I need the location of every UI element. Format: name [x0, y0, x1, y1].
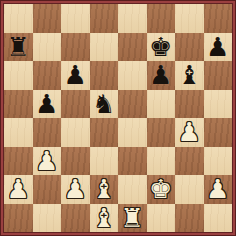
- square-e2[interactable]: [118, 175, 147, 204]
- square-c3[interactable]: [61, 147, 90, 176]
- square-b1[interactable]: [33, 204, 62, 233]
- square-f1[interactable]: [147, 204, 176, 233]
- square-c4[interactable]: [61, 118, 90, 147]
- square-e8[interactable]: [118, 4, 147, 33]
- square-a5[interactable]: [4, 90, 33, 119]
- white-pawn-g4[interactable]: ♟: [178, 118, 201, 146]
- square-f6[interactable]: ♟: [147, 61, 176, 90]
- black-king-f7[interactable]: ♚: [149, 33, 172, 61]
- square-b8[interactable]: [33, 4, 62, 33]
- black-bishop-g6[interactable]: ♝: [178, 61, 201, 89]
- square-b4[interactable]: [33, 118, 62, 147]
- white-pawn-a2[interactable]: ♟: [7, 175, 30, 203]
- square-g2[interactable]: [175, 175, 204, 204]
- black-pawn-b5[interactable]: ♟: [35, 90, 58, 118]
- square-f7[interactable]: ♚: [147, 33, 176, 62]
- square-h4[interactable]: [204, 118, 233, 147]
- white-bishop-d1[interactable]: ♝: [92, 204, 115, 232]
- black-knight-d5[interactable]: ♞: [92, 90, 115, 118]
- square-b5[interactable]: ♟: [33, 90, 62, 119]
- black-pawn-h7[interactable]: ♟: [206, 33, 229, 61]
- square-h3[interactable]: [204, 147, 233, 176]
- chess-board-frame: ♜♚♟♟♟♝♟♞♟♟♟♟♝♚♟♝♜: [0, 0, 236, 236]
- square-d4[interactable]: [90, 118, 119, 147]
- square-e6[interactable]: [118, 61, 147, 90]
- square-f5[interactable]: [147, 90, 176, 119]
- white-pawn-c2[interactable]: ♟: [64, 175, 87, 203]
- white-bishop-d2[interactable]: ♝: [92, 175, 115, 203]
- square-g4[interactable]: ♟: [175, 118, 204, 147]
- white-king-f2[interactable]: ♚: [149, 175, 172, 203]
- square-f4[interactable]: [147, 118, 176, 147]
- square-f2[interactable]: ♚: [147, 175, 176, 204]
- square-c5[interactable]: [61, 90, 90, 119]
- square-h1[interactable]: [204, 204, 233, 233]
- square-g6[interactable]: ♝: [175, 61, 204, 90]
- square-d1[interactable]: ♝: [90, 204, 119, 233]
- square-b3[interactable]: ♟: [33, 147, 62, 176]
- square-e7[interactable]: [118, 33, 147, 62]
- square-a8[interactable]: [4, 4, 33, 33]
- white-pawn-h2[interactable]: ♟: [206, 175, 229, 203]
- square-g3[interactable]: [175, 147, 204, 176]
- square-a4[interactable]: [4, 118, 33, 147]
- square-f8[interactable]: [147, 4, 176, 33]
- square-d2[interactable]: ♝: [90, 175, 119, 204]
- square-a2[interactable]: ♟: [4, 175, 33, 204]
- square-a3[interactable]: [4, 147, 33, 176]
- square-c1[interactable]: [61, 204, 90, 233]
- square-b6[interactable]: [33, 61, 62, 90]
- black-pawn-c6[interactable]: ♟: [64, 61, 87, 89]
- square-h8[interactable]: [204, 4, 233, 33]
- square-e4[interactable]: [118, 118, 147, 147]
- square-d6[interactable]: [90, 61, 119, 90]
- square-a1[interactable]: [4, 204, 33, 233]
- square-b2[interactable]: [33, 175, 62, 204]
- square-g5[interactable]: [175, 90, 204, 119]
- square-b7[interactable]: [33, 33, 62, 62]
- square-a7[interactable]: ♜: [4, 33, 33, 62]
- square-g7[interactable]: [175, 33, 204, 62]
- square-d7[interactable]: [90, 33, 119, 62]
- white-rook-e1[interactable]: ♜: [121, 204, 144, 232]
- square-e5[interactable]: [118, 90, 147, 119]
- square-h2[interactable]: ♟: [204, 175, 233, 204]
- square-c8[interactable]: [61, 4, 90, 33]
- black-pawn-f6[interactable]: ♟: [149, 61, 172, 89]
- square-a6[interactable]: [4, 61, 33, 90]
- square-c6[interactable]: ♟: [61, 61, 90, 90]
- square-c7[interactable]: [61, 33, 90, 62]
- square-d3[interactable]: [90, 147, 119, 176]
- square-g8[interactable]: [175, 4, 204, 33]
- square-e3[interactable]: [118, 147, 147, 176]
- square-d5[interactable]: ♞: [90, 90, 119, 119]
- square-h5[interactable]: [204, 90, 233, 119]
- square-h7[interactable]: ♟: [204, 33, 233, 62]
- square-c2[interactable]: ♟: [61, 175, 90, 204]
- chess-board: ♜♚♟♟♟♝♟♞♟♟♟♟♝♚♟♝♜: [4, 4, 232, 232]
- square-e1[interactable]: ♜: [118, 204, 147, 233]
- black-rook-a7[interactable]: ♜: [7, 33, 30, 61]
- square-h6[interactable]: [204, 61, 233, 90]
- square-d8[interactable]: [90, 4, 119, 33]
- square-f3[interactable]: [147, 147, 176, 176]
- square-g1[interactable]: [175, 204, 204, 233]
- white-pawn-b3[interactable]: ♟: [35, 147, 58, 175]
